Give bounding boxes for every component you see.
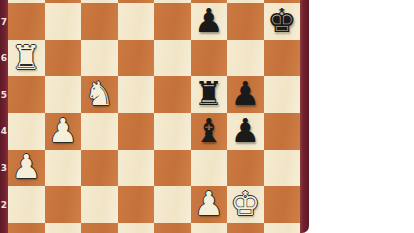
chess-board: ♟♚♜♞♜♟♟♝♟♟♟♚ 765432 (0, 0, 309, 233)
board-grid: ♟♚♜♞♜♟♟♝♟♟♟♚ (8, 0, 300, 233)
rank-label-5: 5 (0, 90, 8, 99)
rank-label-4: 4 (0, 127, 8, 136)
square-c4[interactable] (81, 113, 118, 150)
square-d5[interactable] (118, 76, 155, 113)
square-c6[interactable] (81, 40, 118, 77)
square-c5[interactable]: ♞ (81, 76, 118, 113)
square-a6[interactable]: ♜ (8, 40, 45, 77)
square-h3[interactable] (264, 150, 301, 187)
square-h4[interactable] (264, 113, 301, 150)
square-f2[interactable]: ♟ (191, 186, 228, 223)
piece-white-pawn-f2[interactable]: ♟ (194, 187, 224, 220)
square-d6[interactable] (118, 40, 155, 77)
square-f1[interactable] (191, 223, 228, 233)
square-c2[interactable] (81, 186, 118, 223)
square-e6[interactable] (154, 40, 191, 77)
square-e5[interactable] (154, 76, 191, 113)
piece-white-king-g2[interactable]: ♚ (230, 187, 260, 220)
square-g4[interactable]: ♟ (227, 113, 264, 150)
piece-black-king-h7[interactable]: ♚ (267, 4, 297, 37)
piece-white-knight-c5[interactable]: ♞ (84, 77, 114, 110)
square-d3[interactable] (118, 150, 155, 187)
square-h2[interactable] (264, 186, 301, 223)
square-d4[interactable] (118, 113, 155, 150)
square-h5[interactable] (264, 76, 301, 113)
square-d2[interactable] (118, 186, 155, 223)
piece-black-pawn-g5[interactable]: ♟ (230, 77, 260, 110)
square-b5[interactable] (45, 76, 82, 113)
rank-label-3: 3 (0, 163, 8, 172)
screenshot-root: ♟♚♜♞♜♟♟♝♟♟♟♚ 765432 (0, 0, 414, 233)
square-b7[interactable] (45, 3, 82, 40)
square-d7[interactable] (118, 3, 155, 40)
square-a1[interactable] (8, 223, 45, 233)
square-f7[interactable]: ♟ (191, 3, 228, 40)
square-e1[interactable] (154, 223, 191, 233)
square-e4[interactable] (154, 113, 191, 150)
piece-white-rook-a6[interactable]: ♜ (11, 41, 41, 74)
square-a2[interactable] (8, 186, 45, 223)
piece-white-pawn-a3[interactable]: ♟ (11, 150, 41, 183)
square-c1[interactable] (81, 223, 118, 233)
square-f6[interactable] (191, 40, 228, 77)
square-b6[interactable] (45, 40, 82, 77)
square-b3[interactable] (45, 150, 82, 187)
square-b4[interactable]: ♟ (45, 113, 82, 150)
square-a4[interactable] (8, 113, 45, 150)
square-g5[interactable]: ♟ (227, 76, 264, 113)
piece-white-pawn-b4[interactable]: ♟ (48, 114, 78, 147)
square-d1[interactable] (118, 223, 155, 233)
square-c7[interactable] (81, 3, 118, 40)
square-e3[interactable] (154, 150, 191, 187)
rank-label-7: 7 (0, 17, 8, 26)
square-g6[interactable] (227, 40, 264, 77)
square-g2[interactable]: ♚ (227, 186, 264, 223)
square-g3[interactable] (227, 150, 264, 187)
square-f4[interactable]: ♝ (191, 113, 228, 150)
square-h7[interactable]: ♚ (264, 3, 301, 40)
square-c3[interactable] (81, 150, 118, 187)
page-background (309, 0, 414, 233)
square-a3[interactable]: ♟ (8, 150, 45, 187)
square-a5[interactable] (8, 76, 45, 113)
square-h1[interactable] (264, 223, 301, 233)
square-h6[interactable] (264, 40, 301, 77)
square-b2[interactable] (45, 186, 82, 223)
piece-black-pawn-g4[interactable]: ♟ (230, 114, 260, 147)
square-f3[interactable] (191, 150, 228, 187)
piece-black-pawn-f7[interactable]: ♟ (194, 4, 224, 37)
rank-label-2: 2 (0, 200, 8, 209)
rank-label-6: 6 (0, 54, 8, 63)
piece-black-rook-f5[interactable]: ♜ (194, 77, 224, 110)
square-e2[interactable] (154, 186, 191, 223)
square-g1[interactable] (227, 223, 264, 233)
board-border-right (300, 0, 309, 233)
square-f5[interactable]: ♜ (191, 76, 228, 113)
square-b1[interactable] (45, 223, 82, 233)
square-g7[interactable] (227, 3, 264, 40)
piece-black-bishop-f4[interactable]: ♝ (194, 114, 224, 147)
square-e7[interactable] (154, 3, 191, 40)
square-a7[interactable] (8, 3, 45, 40)
